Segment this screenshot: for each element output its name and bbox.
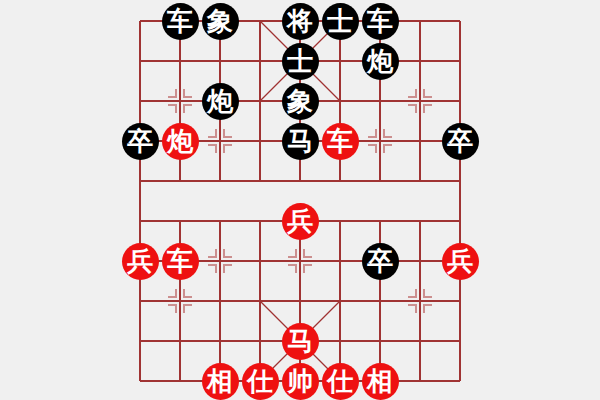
black-chariot[interactable]: 车 <box>362 3 399 40</box>
red-elephant[interactable]: 相 <box>202 363 239 400</box>
red-general[interactable]: 帅 <box>282 363 319 400</box>
red-advisor[interactable]: 仕 <box>322 363 359 400</box>
red-chariot[interactable]: 车 <box>162 243 199 280</box>
red-soldier[interactable]: 兵 <box>442 243 479 280</box>
red-horse[interactable]: 马 <box>282 323 319 360</box>
black-soldier[interactable]: 卒 <box>122 123 159 160</box>
black-advisor[interactable]: 士 <box>322 3 359 40</box>
red-chariot[interactable]: 车 <box>322 123 359 160</box>
black-general[interactable]: 将 <box>282 3 319 40</box>
black-elephant[interactable]: 象 <box>282 83 319 120</box>
black-elephant[interactable]: 象 <box>202 3 239 40</box>
xiangqi-board: 车象将士车士炮炮象卒马卒卒炮车兵兵车兵马相仕帅仕相 <box>0 0 600 400</box>
black-cannon[interactable]: 炮 <box>202 83 239 120</box>
red-advisor[interactable]: 仕 <box>242 363 279 400</box>
xiangqi-app: 车象将士车士炮炮象卒马卒卒炮车兵兵车兵马相仕帅仕相 <box>0 0 600 400</box>
red-soldier[interactable]: 兵 <box>282 203 319 240</box>
black-horse[interactable]: 马 <box>282 123 319 160</box>
black-soldier[interactable]: 卒 <box>362 243 399 280</box>
red-elephant[interactable]: 相 <box>362 363 399 400</box>
red-soldier[interactable]: 兵 <box>122 243 159 280</box>
black-advisor[interactable]: 士 <box>282 43 319 80</box>
black-soldier[interactable]: 卒 <box>442 123 479 160</box>
red-cannon[interactable]: 炮 <box>162 123 199 160</box>
black-chariot[interactable]: 车 <box>162 3 199 40</box>
black-cannon[interactable]: 炮 <box>362 43 399 80</box>
pieces-layer: 车象将士车士炮炮象卒马卒卒炮车兵兵车兵马相仕帅仕相 <box>120 1 480 400</box>
